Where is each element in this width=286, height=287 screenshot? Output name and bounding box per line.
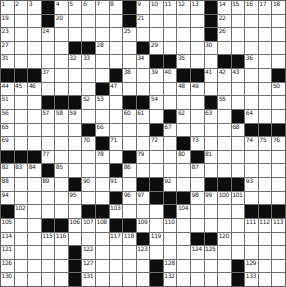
cell-r19c17[interactable]	[218, 246, 231, 259]
cell-r20c7[interactable]: 127	[82, 260, 95, 273]
cell-r16c9[interactable]: 103	[110, 205, 123, 218]
cell-r13c13[interactable]	[164, 164, 177, 177]
cell-r15c11[interactable]: 97	[137, 192, 150, 205]
cell-r15c6[interactable]: 95	[69, 192, 82, 205]
cell-r18c8[interactable]	[96, 233, 109, 246]
cell-r13c10[interactable]: 86	[123, 164, 136, 177]
cell-r2c17[interactable]: 22	[218, 15, 231, 28]
cell-r10c3[interactable]	[28, 124, 41, 137]
cell-r9c20[interactable]	[259, 110, 272, 123]
cell-r11c15[interactable]: 73	[191, 137, 204, 150]
cell-r6c20[interactable]	[259, 69, 272, 82]
cell-r20c1[interactable]: 126	[1, 260, 14, 273]
cell-r11c6[interactable]	[69, 137, 82, 150]
cell-r13c5[interactable]: 85	[55, 164, 68, 177]
cell-r19c18[interactable]	[232, 246, 245, 259]
cell-r17c7[interactable]: 107	[82, 219, 95, 232]
cell-r17c14[interactable]	[177, 219, 190, 232]
cell-r12c16[interactable]: 81	[205, 151, 218, 164]
cell-r15c5[interactable]	[55, 192, 68, 205]
cell-r3c19[interactable]	[245, 28, 258, 41]
cell-r12c13[interactable]	[164, 151, 177, 164]
cell-r11c19[interactable]: 74	[245, 137, 258, 150]
cell-r19c13[interactable]	[164, 246, 177, 259]
cell-r2c11[interactable]: 21	[137, 15, 150, 28]
cell-r11c16[interactable]	[205, 137, 218, 150]
cell-r5c7[interactable]: 33	[82, 55, 95, 68]
cell-r20c2[interactable]	[15, 260, 28, 273]
cell-r9c12[interactable]	[150, 110, 163, 123]
cell-r12c14[interactable]: 80	[177, 151, 190, 164]
cell-r9c1[interactable]: 56	[1, 110, 14, 123]
cell-r7c14[interactable]: 48	[177, 83, 190, 96]
cell-r13c20[interactable]	[259, 164, 272, 177]
cell-r2c21[interactable]	[272, 15, 285, 28]
cell-r15c2[interactable]	[15, 192, 28, 205]
cell-r18c21[interactable]	[272, 233, 285, 246]
cell-r5c14[interactable]: 35	[177, 55, 190, 68]
cell-r21c5[interactable]	[55, 273, 68, 286]
cell-r15c18[interactable]: 101	[232, 192, 245, 205]
cell-r18c10[interactable]: 118	[123, 233, 136, 246]
cell-r11c18[interactable]	[232, 137, 245, 150]
cell-r4c2[interactable]	[15, 42, 28, 55]
cell-r5c3[interactable]	[28, 55, 41, 68]
cell-r15c15[interactable]: 98	[191, 192, 204, 205]
cell-r1c12[interactable]: 10	[150, 1, 163, 14]
cell-r7c2[interactable]: 45	[15, 83, 28, 96]
cell-r21c7[interactable]: 131	[82, 273, 95, 286]
cell-r21c20[interactable]	[259, 273, 272, 286]
cell-r12c18[interactable]	[232, 151, 245, 164]
cell-r3c9[interactable]	[110, 28, 123, 41]
cell-r3c17[interactable]: 26	[218, 28, 231, 41]
cell-r6c19[interactable]	[245, 69, 258, 82]
cell-r15c19[interactable]	[245, 192, 258, 205]
cell-r21c3[interactable]	[28, 273, 41, 286]
cell-r8c7[interactable]: 52	[82, 96, 95, 109]
cell-r1c21[interactable]: 18	[272, 1, 285, 14]
cell-r19c16[interactable]: 125	[205, 246, 218, 259]
cell-r1c1[interactable]: 1	[1, 1, 14, 14]
cell-r11c12[interactable]: 72	[150, 137, 163, 150]
cell-r10c2[interactable]	[15, 124, 28, 137]
cell-r7c9[interactable]: 47	[110, 83, 123, 96]
cell-r10c13[interactable]: 67	[164, 124, 177, 137]
cell-r20c16[interactable]	[205, 260, 218, 273]
cell-r20c15[interactable]	[191, 260, 204, 273]
cell-r10c11[interactable]	[137, 124, 150, 137]
cell-r1c3[interactable]: 3	[28, 1, 41, 14]
cell-r15c17[interactable]: 100	[218, 192, 231, 205]
cell-r19c8[interactable]	[96, 246, 109, 259]
cell-r12c17[interactable]	[218, 151, 231, 164]
cell-r2c2[interactable]	[15, 15, 28, 28]
cell-r13c19[interactable]	[245, 164, 258, 177]
cell-r10c18[interactable]: 68	[232, 124, 245, 137]
cell-r7c16[interactable]	[205, 83, 218, 96]
cell-r7c12[interactable]	[150, 83, 163, 96]
cell-r19c14[interactable]	[177, 246, 190, 259]
cell-r20c19[interactable]: 129	[245, 260, 258, 273]
cell-r11c7[interactable]: 70	[82, 137, 95, 150]
cell-r7c6[interactable]	[69, 83, 82, 96]
cell-r17c6[interactable]: 106	[69, 219, 82, 232]
cell-r5c21[interactable]	[272, 55, 285, 68]
cell-r8c17[interactable]: 55	[218, 96, 231, 109]
cell-r12c6[interactable]	[69, 151, 82, 164]
cell-r10c9[interactable]	[110, 124, 123, 137]
cell-r4c17[interactable]	[218, 42, 231, 55]
cell-r16c14[interactable]: 104	[177, 205, 190, 218]
cell-r4c18[interactable]	[232, 42, 245, 55]
cell-r20c8[interactable]	[96, 260, 109, 273]
cell-r21c8[interactable]	[96, 273, 109, 286]
cell-r6c7[interactable]	[82, 69, 95, 82]
cell-r18c5[interactable]: 116	[55, 233, 68, 246]
cell-r18c2[interactable]	[15, 233, 28, 246]
cell-r17c20[interactable]: 112	[259, 219, 272, 232]
cell-r9c19[interactable]: 64	[245, 110, 258, 123]
cell-r11c20[interactable]: 75	[259, 137, 272, 150]
cell-r9c21[interactable]	[272, 110, 285, 123]
cell-r20c13[interactable]: 128	[164, 260, 177, 273]
cell-r14c4[interactable]: 89	[42, 178, 55, 191]
cell-r18c13[interactable]	[164, 233, 177, 246]
cell-r8c20[interactable]	[259, 96, 272, 109]
cell-r9c16[interactable]: 63	[205, 110, 218, 123]
cell-r20c14[interactable]	[177, 260, 190, 273]
cell-r17c13[interactable]: 110	[164, 219, 177, 232]
cell-r9c15[interactable]	[191, 110, 204, 123]
cell-r17c8[interactable]: 108	[96, 219, 109, 232]
cell-r6c11[interactable]	[137, 69, 150, 82]
cell-r13c3[interactable]: 84	[28, 164, 41, 177]
cell-r21c14[interactable]	[177, 273, 190, 286]
cell-r11c13[interactable]	[164, 137, 177, 150]
cell-r21c2[interactable]	[15, 273, 28, 286]
cell-r19c5[interactable]	[55, 246, 68, 259]
cell-r11c4[interactable]	[42, 137, 55, 150]
cell-r8c14[interactable]	[177, 96, 190, 109]
cell-r3c21[interactable]	[272, 28, 285, 41]
cell-r14c14[interactable]	[177, 178, 190, 191]
cell-r16c4[interactable]	[42, 205, 55, 218]
cell-r2c9[interactable]	[110, 15, 123, 28]
cell-r6c13[interactable]: 40	[164, 69, 177, 82]
cell-r6c10[interactable]: 38	[123, 69, 136, 82]
cell-r8c21[interactable]	[272, 96, 285, 109]
cell-r4c9[interactable]	[110, 42, 123, 55]
cell-r11c5[interactable]	[55, 137, 68, 150]
cell-r4c20[interactable]	[259, 42, 272, 55]
cell-r8c13[interactable]	[164, 96, 177, 109]
cell-r21c9[interactable]	[110, 273, 123, 286]
cell-r17c17[interactable]	[218, 219, 231, 232]
cell-r7c18[interactable]	[232, 83, 245, 96]
cell-r14c10[interactable]	[123, 178, 136, 191]
cell-r13c17[interactable]	[218, 164, 231, 177]
cell-r2c1[interactable]: 19	[1, 15, 14, 28]
cell-r2c18[interactable]	[232, 15, 245, 28]
cell-r20c10[interactable]	[123, 260, 136, 273]
cell-r20c21[interactable]	[272, 260, 285, 273]
cell-r18c4[interactable]: 115	[42, 233, 55, 246]
cell-r3c12[interactable]	[150, 28, 163, 41]
cell-r7c10[interactable]	[123, 83, 136, 96]
cell-r3c13[interactable]	[164, 28, 177, 41]
cell-r15c1[interactable]: 94	[1, 192, 14, 205]
cell-r4c12[interactable]: 29	[150, 42, 163, 55]
cell-r21c19[interactable]: 133	[245, 273, 258, 286]
cell-r21c21[interactable]	[272, 273, 285, 286]
cell-r8c1[interactable]: 51	[1, 96, 14, 109]
cell-r8c3[interactable]	[28, 96, 41, 109]
cell-r19c9[interactable]	[110, 246, 123, 259]
cell-r13c6[interactable]	[69, 164, 82, 177]
cell-r8c18[interactable]	[232, 96, 245, 109]
cell-r7c3[interactable]: 46	[28, 83, 41, 96]
cell-r13c2[interactable]: 83	[15, 164, 28, 177]
cell-r6c4[interactable]: 37	[42, 69, 55, 82]
cell-r16c12[interactable]	[150, 205, 163, 218]
cell-r3c18[interactable]	[232, 28, 245, 41]
cell-r12c5[interactable]	[55, 151, 68, 164]
cell-r21c16[interactable]	[205, 273, 218, 286]
cell-r6c8[interactable]	[96, 69, 109, 82]
cell-r20c5[interactable]	[55, 260, 68, 273]
cell-r20c20[interactable]	[259, 260, 272, 273]
cell-r8c8[interactable]: 53	[96, 96, 109, 109]
cell-r17c11[interactable]: 109	[137, 219, 150, 232]
cell-r21c4[interactable]	[42, 273, 55, 286]
cell-r8c12[interactable]: 54	[150, 96, 163, 109]
cell-r5c2[interactable]	[15, 55, 28, 68]
cell-r2c19[interactable]	[245, 15, 258, 28]
cell-r20c9[interactable]	[110, 260, 123, 273]
cell-r5c9[interactable]	[110, 55, 123, 68]
cell-r4c10[interactable]	[123, 42, 136, 55]
cell-r7c4[interactable]	[42, 83, 55, 96]
cell-r3c14[interactable]	[177, 28, 190, 41]
cell-r7c19[interactable]	[245, 83, 258, 96]
cell-r4c16[interactable]: 30	[205, 42, 218, 55]
cell-r9c4[interactable]: 57	[42, 110, 55, 123]
cell-r2c6[interactable]	[69, 15, 82, 28]
cell-r13c7[interactable]	[82, 164, 95, 177]
cell-r15c7[interactable]	[82, 192, 95, 205]
cell-r13c11[interactable]	[137, 164, 150, 177]
cell-r10c8[interactable]: 66	[96, 124, 109, 137]
cell-r5c11[interactable]: 34	[137, 55, 150, 68]
cell-r14c5[interactable]	[55, 178, 68, 191]
cell-r13c18[interactable]	[232, 164, 245, 177]
cell-r17c15[interactable]	[191, 219, 204, 232]
cell-r3c4[interactable]: 24	[42, 28, 55, 41]
cell-r9c14[interactable]: 62	[177, 110, 190, 123]
cell-r17c12[interactable]	[150, 219, 163, 232]
cell-r4c14[interactable]	[177, 42, 190, 55]
cell-r17c16[interactable]	[205, 219, 218, 232]
cell-r11c1[interactable]: 69	[1, 137, 14, 150]
cell-r8c9[interactable]	[110, 96, 123, 109]
cell-r5c1[interactable]: 31	[1, 55, 14, 68]
cell-r16c18[interactable]	[232, 205, 245, 218]
cell-r16c2[interactable]: 102	[15, 205, 28, 218]
cell-r2c13[interactable]	[164, 15, 177, 28]
cell-r18c18[interactable]	[232, 233, 245, 246]
cell-r10c17[interactable]	[218, 124, 231, 137]
cell-r5c4[interactable]	[42, 55, 55, 68]
cell-r10c1[interactable]: 65	[1, 124, 14, 137]
cell-r11c10[interactable]	[123, 137, 136, 150]
cell-r12c11[interactable]: 79	[137, 151, 150, 164]
cell-r13c21[interactable]	[272, 164, 285, 177]
cell-r19c2[interactable]	[15, 246, 28, 259]
cell-r11c11[interactable]	[137, 137, 150, 150]
cell-r8c19[interactable]	[245, 96, 258, 109]
cell-r11c3[interactable]	[28, 137, 41, 150]
cell-r1c5[interactable]: 4	[55, 1, 68, 14]
cell-r2c20[interactable]	[259, 15, 272, 28]
cell-r18c3[interactable]	[28, 233, 41, 246]
cell-r13c8[interactable]	[96, 164, 109, 177]
cell-r12c21[interactable]	[272, 151, 285, 164]
cell-r1c15[interactable]: 13	[191, 1, 204, 14]
cell-r5c8[interactable]	[96, 55, 109, 68]
cell-r6c16[interactable]: 41	[205, 69, 218, 82]
cell-r17c19[interactable]: 111	[245, 219, 258, 232]
cell-r21c11[interactable]	[137, 273, 150, 286]
cell-r7c1[interactable]: 44	[1, 83, 14, 96]
cell-r5c10[interactable]	[123, 55, 136, 68]
cell-r21c1[interactable]: 130	[1, 273, 14, 286]
cell-r5c20[interactable]	[259, 55, 272, 68]
cell-r7c11[interactable]	[137, 83, 150, 96]
cell-r16c3[interactable]	[28, 205, 41, 218]
cell-r4c5[interactable]	[55, 42, 68, 55]
cell-r5c15[interactable]	[191, 55, 204, 68]
cell-r16c11[interactable]	[137, 205, 150, 218]
cell-r17c1[interactable]: 105	[1, 219, 14, 232]
cell-r14c9[interactable]: 91	[110, 178, 123, 191]
cell-r17c2[interactable]	[15, 219, 28, 232]
cell-r18c17[interactable]: 120	[218, 233, 231, 246]
cell-r14c7[interactable]: 90	[82, 178, 95, 191]
cell-r14c3[interactable]	[28, 178, 41, 191]
cell-r7c15[interactable]: 49	[191, 83, 204, 96]
cell-r3c3[interactable]	[28, 28, 41, 41]
cell-r14c13[interactable]: 92	[164, 178, 177, 191]
cell-r19c11[interactable]: 123	[137, 246, 150, 259]
cell-r14c19[interactable]: 93	[245, 178, 258, 191]
cell-r8c15[interactable]	[191, 96, 204, 109]
cell-r19c19[interactable]	[245, 246, 258, 259]
cell-r4c21[interactable]	[272, 42, 285, 55]
cell-r18c12[interactable]: 119	[150, 233, 163, 246]
cell-r9c7[interactable]	[82, 110, 95, 123]
cell-r10c10[interactable]	[123, 124, 136, 137]
cell-r1c8[interactable]: 7	[96, 1, 109, 14]
cell-r1c9[interactable]: 8	[110, 1, 123, 14]
cell-r14c21[interactable]	[272, 178, 285, 191]
cell-r15c4[interactable]	[42, 192, 55, 205]
cell-r9c5[interactable]: 58	[55, 110, 68, 123]
cell-r14c15[interactable]	[191, 178, 204, 191]
cell-r5c5[interactable]	[55, 55, 68, 68]
cell-r12c20[interactable]	[259, 151, 272, 164]
cell-r6c12[interactable]: 39	[150, 69, 163, 82]
cell-r19c15[interactable]: 124	[191, 246, 204, 259]
cell-r11c2[interactable]	[15, 137, 28, 150]
cell-r9c17[interactable]	[218, 110, 231, 123]
cell-r10c4[interactable]	[42, 124, 55, 137]
cell-r10c14[interactable]	[177, 124, 190, 137]
cell-r9c2[interactable]	[15, 110, 28, 123]
cell-r13c15[interactable]: 87	[191, 164, 204, 177]
cell-r2c7[interactable]	[82, 15, 95, 28]
cell-r15c16[interactable]: 99	[205, 192, 218, 205]
cell-r16c6[interactable]	[69, 205, 82, 218]
cell-r7c5[interactable]	[55, 83, 68, 96]
cell-r20c4[interactable]	[42, 260, 55, 273]
cell-r3c15[interactable]	[191, 28, 204, 41]
cell-r2c15[interactable]	[191, 15, 204, 28]
cell-r19c7[interactable]: 122	[82, 246, 95, 259]
cell-r3c7[interactable]	[82, 28, 95, 41]
cell-r1c17[interactable]: 14	[218, 1, 231, 14]
cell-r21c13[interactable]: 132	[164, 273, 177, 286]
cell-r12c9[interactable]	[110, 151, 123, 164]
cell-r13c14[interactable]	[177, 164, 190, 177]
cell-r8c2[interactable]	[15, 96, 28, 109]
cell-r16c5[interactable]	[55, 205, 68, 218]
cell-r9c8[interactable]	[96, 110, 109, 123]
cell-r16c17[interactable]	[218, 205, 231, 218]
cell-r21c17[interactable]	[218, 273, 231, 286]
cell-r11c21[interactable]: 76	[272, 137, 285, 150]
cell-r4c19[interactable]	[245, 42, 258, 55]
cell-r7c17[interactable]	[218, 83, 231, 96]
cell-r13c12[interactable]	[150, 164, 163, 177]
cell-r13c1[interactable]: 82	[1, 164, 14, 177]
cell-r19c12[interactable]	[150, 246, 163, 259]
cell-r14c2[interactable]	[15, 178, 28, 191]
cell-r3c11[interactable]	[137, 28, 150, 41]
cell-r10c6[interactable]	[69, 124, 82, 137]
cell-r11c17[interactable]	[218, 137, 231, 150]
cell-r14c8[interactable]	[96, 178, 109, 191]
cell-r14c1[interactable]: 88	[1, 178, 14, 191]
cell-r6c5[interactable]	[55, 69, 68, 82]
cell-r7c7[interactable]	[82, 83, 95, 96]
cell-r19c1[interactable]: 121	[1, 246, 14, 259]
cell-r2c3[interactable]	[28, 15, 41, 28]
cell-r1c11[interactable]: 9	[137, 1, 150, 14]
cell-r3c8[interactable]	[96, 28, 109, 41]
cell-r7c13[interactable]	[164, 83, 177, 96]
cell-r20c3[interactable]	[28, 260, 41, 273]
cell-r18c7[interactable]	[82, 233, 95, 246]
cell-r3c10[interactable]: 25	[123, 28, 136, 41]
cell-r3c20[interactable]	[259, 28, 272, 41]
cell-r2c14[interactable]	[177, 15, 190, 28]
cell-r12c12[interactable]	[150, 151, 163, 164]
cell-r17c3[interactable]	[28, 219, 41, 232]
cell-r18c6[interactable]	[69, 233, 82, 246]
cell-r19c4[interactable]	[42, 246, 55, 259]
cell-r12c7[interactable]	[82, 151, 95, 164]
